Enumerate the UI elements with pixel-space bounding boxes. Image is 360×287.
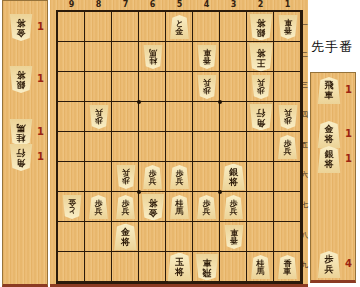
sente-hand-count-飛車: 1 — [345, 84, 352, 95]
shogi-app: { "game": "shogi", "turn_indicator": "先手… — [0, 0, 360, 287]
gote-hand-piece-銀将[interactable]: 銀将 — [9, 66, 33, 93]
piece-kanji: 歩 — [95, 117, 103, 126]
board-cell-5-4[interactable] — [166, 102, 193, 132]
board-cell-5-8[interactable] — [166, 222, 193, 252]
piece-kanji: 兵 — [122, 207, 130, 216]
hoshi-dot-1 — [218, 100, 222, 104]
piece-kanji: 金 — [68, 199, 76, 208]
piece-kanji: 行 — [17, 148, 26, 158]
board-cell-5-5[interactable] — [166, 132, 193, 162]
board-cell-8-5[interactable] — [85, 132, 112, 162]
piece-kanji: 兵 — [149, 177, 157, 186]
piece-kanji: 歩 — [122, 177, 130, 186]
board-cell-8-1[interactable] — [85, 12, 112, 42]
piece-kanji: 兵 — [257, 79, 265, 88]
sente-captured-tray: 飛車1金将1銀将1歩兵4 — [310, 72, 356, 283]
piece-kanji: 兵 — [95, 207, 103, 216]
piece-4-7[interactable]: 歩兵 — [197, 195, 217, 219]
board-cell-4-6[interactable] — [193, 162, 220, 192]
hoshi-dot-0 — [137, 100, 141, 104]
piece-kanji: 将 — [325, 160, 334, 170]
board-cell-3-5[interactable] — [220, 132, 247, 162]
board-grid: と金銀将香車桂馬香車王将歩兵歩兵歩兵角行歩兵歩兵歩兵歩兵歩兵銀将と金歩兵歩兵金将… — [56, 10, 303, 284]
board-cell-1-7[interactable] — [274, 192, 301, 222]
file-label-3: 3 — [220, 0, 247, 9]
board-cell-1-2[interactable] — [274, 42, 301, 72]
sente-hand-piece-歩兵[interactable]: 歩兵 — [317, 251, 341, 278]
board-cell-5-3[interactable] — [166, 72, 193, 102]
piece-kanji: 兵 — [203, 207, 211, 216]
board-cell-8-8[interactable] — [85, 222, 112, 252]
piece-kanji: 飛 — [202, 267, 211, 277]
piece-kanji: 銀 — [256, 27, 265, 37]
piece-3-7[interactable]: 歩兵 — [224, 195, 244, 219]
piece-1-5[interactable]: 歩兵 — [278, 135, 298, 159]
piece-5-7[interactable]: 桂馬 — [170, 195, 190, 219]
board-cell-3-2[interactable] — [220, 42, 247, 72]
piece-kanji: 歩 — [284, 117, 292, 126]
piece-kanji: 兵 — [95, 109, 103, 118]
turn-indicator: 先手番 — [311, 38, 353, 56]
piece-kanji: 馬 — [257, 267, 265, 276]
piece-kanji: 兵 — [176, 177, 184, 186]
piece-kanji: 兵 — [122, 169, 130, 178]
piece-kanji: 兵 — [325, 265, 334, 275]
piece-kanji: 将 — [256, 48, 265, 58]
sente-hand-count-銀将: 1 — [345, 153, 352, 164]
board-cell-7-4[interactable] — [112, 102, 139, 132]
board-cell-3-9[interactable] — [220, 252, 247, 282]
file-label-2: 2 — [247, 0, 274, 9]
board-cell-6-4[interactable] — [139, 102, 166, 132]
hoshi-dot-3 — [218, 190, 222, 194]
piece-kanji: 兵 — [284, 147, 292, 156]
piece-kanji: 将 — [148, 198, 157, 208]
board-cell-4-4[interactable] — [193, 102, 220, 132]
piece-kanji: 馬 — [149, 49, 157, 58]
piece-7-7[interactable]: 歩兵 — [116, 195, 136, 219]
file-label-4: 4 — [193, 0, 220, 9]
board-cell-1-6[interactable] — [274, 162, 301, 192]
piece-3-6[interactable]: 銀将 — [222, 164, 246, 191]
file-label-8: 8 — [85, 0, 112, 9]
board-cell-7-1[interactable] — [112, 12, 139, 42]
board-cell-8-2[interactable] — [85, 42, 112, 72]
file-label-9: 9 — [58, 0, 85, 9]
board-cell-3-1[interactable] — [220, 12, 247, 42]
piece-kanji: 兵 — [284, 109, 292, 118]
gote-captured-tray: 金将1銀将1桂馬1角行1 — [2, 0, 48, 287]
board-cell-6-8[interactable] — [139, 222, 166, 252]
piece-kanji: 車 — [203, 49, 211, 58]
gote-hand-count-桂馬: 1 — [37, 126, 44, 137]
piece-kanji: 行 — [256, 108, 265, 118]
piece-kanji: 兵 — [230, 207, 238, 216]
piece-kanji: 車 — [230, 229, 238, 238]
piece-kanji: 歩 — [257, 87, 265, 96]
piece-kanji: 香 — [284, 27, 292, 36]
board-cell-5-2[interactable] — [166, 42, 193, 72]
board-cell-8-6[interactable] — [85, 162, 112, 192]
piece-kanji: 桂 — [17, 133, 26, 143]
piece-kanji: 角 — [17, 158, 26, 168]
board-cell-9-1[interactable] — [58, 12, 85, 42]
board-cell-6-3[interactable] — [139, 72, 166, 102]
board-cell-3-4[interactable] — [220, 102, 247, 132]
piece-8-7[interactable]: 歩兵 — [89, 195, 109, 219]
gote-hand-count-金将: 1 — [37, 21, 44, 32]
board-cell-1-3[interactable] — [274, 72, 301, 102]
board-cell-9-8[interactable] — [58, 222, 85, 252]
board-cell-2-8[interactable] — [247, 222, 274, 252]
board-cell-4-8[interactable] — [193, 222, 220, 252]
sente-hand-count-歩兵: 4 — [345, 258, 352, 269]
piece-kanji: と — [67, 207, 75, 216]
board-cell-8-9[interactable] — [85, 252, 112, 282]
piece-kanji: 将 — [175, 267, 184, 277]
board-cell-6-1[interactable] — [139, 12, 166, 42]
piece-kanji: 馬 — [176, 207, 184, 216]
piece-2-9[interactable]: 桂馬 — [251, 255, 271, 279]
board-cell-4-1[interactable] — [193, 12, 220, 42]
file-label-6: 6 — [139, 0, 166, 9]
piece-kanji: 香 — [203, 57, 211, 66]
board-cell-9-4[interactable] — [58, 102, 85, 132]
piece-kanji: 将 — [229, 177, 238, 187]
piece-kanji: 車 — [202, 258, 211, 268]
board-cell-9-2[interactable] — [58, 42, 85, 72]
board-cell-7-5[interactable] — [112, 132, 139, 162]
piece-kanji: 香 — [230, 237, 238, 246]
piece-kanji: 車 — [284, 19, 292, 28]
piece-7-8[interactable]: 金将 — [114, 224, 138, 251]
piece-kanji: 兵 — [203, 79, 211, 88]
board-cell-6-5[interactable] — [139, 132, 166, 162]
piece-kanji: 馬 — [17, 123, 26, 133]
sente-hand-count-金将: 1 — [345, 128, 352, 139]
board-cell-1-8[interactable] — [274, 222, 301, 252]
board-cell-2-6[interactable] — [247, 162, 274, 192]
board-cell-9-6[interactable] — [58, 162, 85, 192]
board-cell-9-3[interactable] — [58, 72, 85, 102]
piece-6-6[interactable]: 歩兵 — [143, 165, 163, 189]
sente-hand-piece-銀将[interactable]: 銀将 — [317, 146, 341, 173]
board-cell-7-9[interactable] — [112, 252, 139, 282]
piece-kanji: 将 — [17, 70, 26, 80]
board-cell-9-9[interactable] — [58, 252, 85, 282]
board-cell-6-9[interactable] — [139, 252, 166, 282]
gote-hand-count-銀将: 1 — [37, 73, 44, 84]
piece-kanji: 歩 — [203, 87, 211, 96]
piece-kanji: 金 — [176, 27, 184, 36]
board-cell-7-2[interactable] — [112, 42, 139, 72]
gote-hand-piece-桂馬[interactable]: 桂馬 — [9, 119, 33, 146]
piece-kanji: 将 — [17, 18, 26, 28]
piece-5-1[interactable]: と金 — [170, 15, 190, 39]
board-cell-7-3[interactable] — [112, 72, 139, 102]
piece-kanji: 車 — [284, 267, 292, 276]
board-panel: 987654321 一二三四五六七八九 と金銀将香車桂馬香車王将歩兵歩兵歩兵角行… — [50, 0, 308, 287]
piece-5-6[interactable]: 歩兵 — [170, 165, 190, 189]
board-cell-2-7[interactable] — [247, 192, 274, 222]
gote-hand-count-角行: 1 — [37, 151, 44, 162]
piece-kanji: 将 — [256, 18, 265, 28]
board-cell-4-5[interactable] — [193, 132, 220, 162]
board-cell-3-3[interactable] — [220, 72, 247, 102]
piece-kanji: 将 — [121, 237, 130, 247]
piece-kanji: 桂 — [149, 57, 157, 66]
board-cell-2-5[interactable] — [247, 132, 274, 162]
sente-hand-piece-金将[interactable]: 金将 — [317, 121, 341, 148]
file-label-5: 5 — [166, 0, 193, 9]
gote-hand-piece-金将[interactable]: 金将 — [9, 14, 33, 41]
piece-kanji: 車 — [325, 91, 334, 101]
file-label-7: 7 — [112, 0, 139, 9]
hoshi-dot-2 — [137, 190, 141, 194]
board-cell-8-3[interactable] — [85, 72, 112, 102]
sente-hand-piece-飛車[interactable]: 飛車 — [317, 77, 341, 104]
file-label-1: 1 — [274, 0, 301, 9]
piece-kanji: 将 — [325, 135, 334, 145]
piece-kanji: 金 — [148, 207, 157, 217]
piece-1-9[interactable]: 香車 — [278, 255, 298, 279]
board-cell-9-5[interactable] — [58, 132, 85, 162]
piece-kanji: 金 — [17, 28, 26, 38]
piece-kanji: 王 — [256, 57, 265, 67]
gote-hand-piece-角行[interactable]: 角行 — [9, 144, 33, 171]
piece-kanji: 角 — [256, 117, 265, 127]
piece-kanji: 銀 — [17, 80, 26, 90]
piece-5-9[interactable]: 玉将 — [167, 253, 192, 282]
